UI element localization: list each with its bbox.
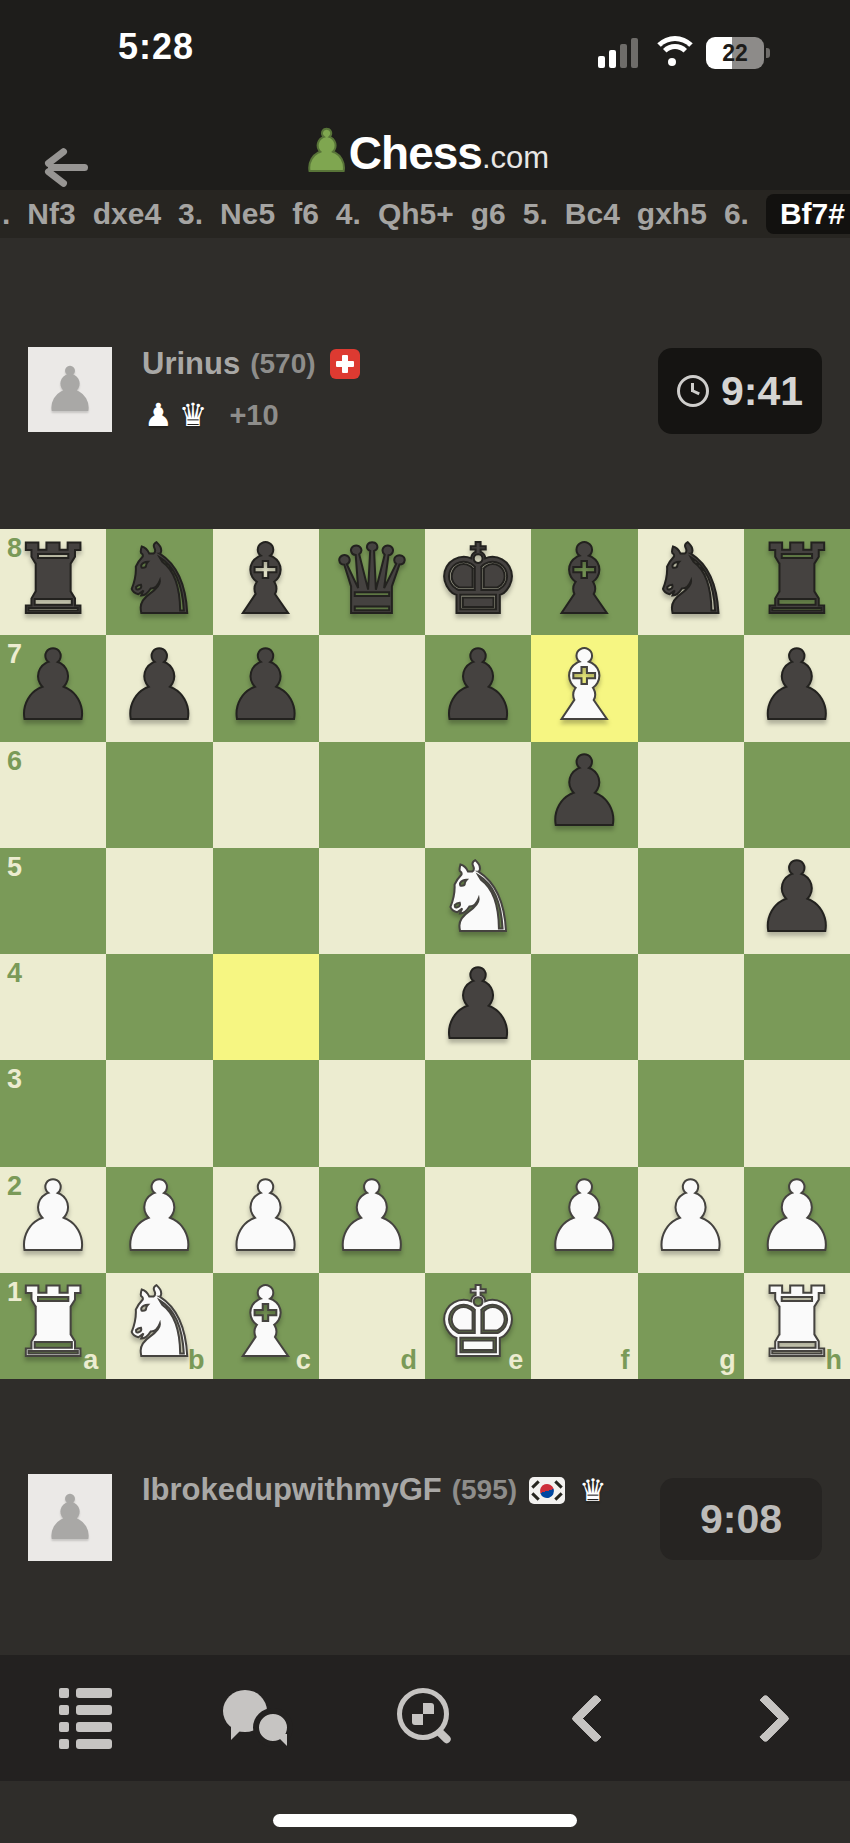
cellular-signal-icon — [598, 38, 638, 68]
file-label: g — [719, 1345, 736, 1376]
status-icons: 22 — [598, 36, 770, 68]
black-rook-h8[interactable]: ♜ — [753, 531, 840, 628]
file-label: f — [621, 1345, 630, 1376]
rank-label: 4 — [7, 958, 22, 989]
white-king-e1[interactable]: ♚ — [435, 1274, 522, 1371]
chesscom-logo: ♟ Chess .com — [0, 118, 850, 188]
logo-text: Chess — [349, 126, 482, 180]
square-g8[interactable]: ♞ — [638, 529, 744, 635]
black-pawn-h7[interactable]: ♟ — [753, 637, 840, 734]
analysis-button[interactable] — [380, 1678, 470, 1758]
avatar[interactable]: ♟ — [28, 347, 112, 432]
player-rating: (595) — [452, 1474, 517, 1506]
white-pawn-b2[interactable]: ♟ — [116, 1168, 203, 1265]
white-pawn-d2[interactable]: ♟ — [328, 1168, 415, 1265]
square-e4[interactable]: ♟ — [425, 954, 531, 1060]
player-name[interactable]: Urinus — [142, 346, 240, 382]
square-g2[interactable]: ♟ — [638, 1167, 744, 1273]
square-f5[interactable] — [531, 848, 637, 954]
square-e8[interactable]: ♚ — [425, 529, 531, 635]
square-a4[interactable]: 4 — [0, 954, 106, 1060]
white-knight-e5[interactable]: ♞ — [435, 849, 522, 946]
square-e6[interactable] — [425, 742, 531, 848]
square-b6[interactable] — [106, 742, 212, 848]
square-h8[interactable]: ♜ — [744, 529, 850, 635]
white-pawn-h2[interactable]: ♟ — [753, 1168, 840, 1265]
avatar[interactable]: ♟ — [28, 1474, 112, 1561]
square-c7[interactable]: ♟ — [213, 635, 319, 741]
avatar-pawn-icon: ♟ — [42, 1481, 98, 1554]
square-g1[interactable]: g — [638, 1273, 744, 1379]
black-pawn-h5[interactable]: ♟ — [753, 849, 840, 946]
south-korea-flag-icon — [529, 1477, 565, 1504]
square-h6[interactable] — [744, 742, 850, 848]
square-f6[interactable]: ♟ — [531, 742, 637, 848]
black-knight-g8[interactable]: ♞ — [647, 531, 734, 628]
square-c5[interactable] — [213, 848, 319, 954]
rank-label: 5 — [7, 852, 22, 883]
file-label: d — [401, 1345, 418, 1376]
rank-label: 3 — [7, 1064, 22, 1095]
square-h2[interactable]: ♟ — [744, 1167, 850, 1273]
square-c6[interactable] — [213, 742, 319, 848]
white-pawn-f2[interactable]: ♟ — [541, 1168, 628, 1265]
logo-suffix: .com — [482, 140, 549, 176]
player-top-name-row: Urinus (570) — [142, 346, 360, 382]
white-pawn-c2[interactable]: ♟ — [222, 1168, 309, 1265]
black-pawn-b7[interactable]: ♟ — [116, 637, 203, 734]
square-a8[interactable]: 8♜ — [0, 529, 106, 635]
square-b7[interactable]: ♟ — [106, 635, 212, 741]
status-time: 5:28 — [118, 26, 194, 68]
chat-bubbles-icon — [223, 1690, 287, 1746]
magnifier-board-icon — [395, 1688, 455, 1748]
move-token[interactable]: dxe4 — [93, 197, 161, 231]
chess-board[interactable]: 8♜♞♝♛♚♝♞♜7♟♟♟♟♝♟6♟5♞♟4♟32♟♟♟♟♟♟♟1a♜b♞c♝d… — [0, 529, 850, 1379]
square-c4[interactable] — [213, 954, 319, 1060]
captured-queen-icon: ♛ — [179, 396, 208, 434]
square-d7[interactable] — [319, 635, 425, 741]
square-a2[interactable]: 2♟ — [0, 1167, 106, 1273]
chat-button[interactable] — [210, 1678, 300, 1758]
square-c1[interactable]: c♝ — [213, 1273, 319, 1379]
move-token[interactable]: Ne5 — [220, 197, 275, 231]
square-f8[interactable]: ♝ — [531, 529, 637, 635]
move-token[interactable]: f6 — [292, 197, 319, 231]
move-token[interactable]: g6 — [471, 197, 506, 231]
clock-top: 9:41 — [658, 348, 822, 434]
square-c2[interactable]: ♟ — [213, 1167, 319, 1273]
material-advantage: +10 — [229, 399, 278, 432]
square-b2[interactable]: ♟ — [106, 1167, 212, 1273]
square-a7[interactable]: 7♟ — [0, 635, 106, 741]
square-d1[interactable]: d — [319, 1273, 425, 1379]
battery-icon: 22 — [706, 37, 770, 69]
square-g7[interactable] — [638, 635, 744, 741]
home-indicator[interactable] — [273, 1814, 577, 1827]
clock-time: 9:41 — [721, 368, 803, 415]
clock-time: 9:08 — [700, 1496, 782, 1543]
square-e7[interactable]: ♟ — [425, 635, 531, 741]
square-g6[interactable] — [638, 742, 744, 848]
black-pawn-e4[interactable]: ♟ — [435, 956, 522, 1053]
square-b8[interactable]: ♞ — [106, 529, 212, 635]
white-bishop-f7[interactable]: ♝ — [541, 637, 628, 734]
move-token[interactable]: Qh5+ — [378, 197, 454, 231]
switzerland-flag-icon — [330, 349, 360, 379]
move-token[interactable]: . — [2, 197, 10, 231]
square-e3[interactable] — [425, 1060, 531, 1166]
black-pawn-c7[interactable]: ♟ — [222, 637, 309, 734]
clock-icon — [677, 375, 709, 407]
square-c3[interactable] — [213, 1060, 319, 1166]
square-a1[interactable]: 1a♜ — [0, 1273, 106, 1379]
move-token[interactable]: 3. — [178, 197, 203, 231]
square-d4[interactable] — [319, 954, 425, 1060]
black-bishop-f8[interactable]: ♝ — [541, 531, 628, 628]
white-rook-a1[interactable]: ♜ — [10, 1274, 97, 1371]
square-a3[interactable]: 3 — [0, 1060, 106, 1166]
square-f4[interactable] — [531, 954, 637, 1060]
square-e1[interactable]: e♚ — [425, 1273, 531, 1379]
chess-app-screen: 5:28 22 ♟ Chess .com .Nf3dxe43.Ne5f64.Qh… — [0, 0, 850, 1843]
square-e2[interactable] — [425, 1167, 531, 1273]
captured-pawn-icon: ♟ — [144, 396, 173, 434]
square-g5[interactable] — [638, 848, 744, 954]
black-pawn-a7[interactable]: ♟ — [10, 637, 97, 734]
black-pawn-e7[interactable]: ♟ — [435, 637, 522, 734]
square-h5[interactable]: ♟ — [744, 848, 850, 954]
square-d3[interactable] — [319, 1060, 425, 1166]
square-b4[interactable] — [106, 954, 212, 1060]
square-d8[interactable]: ♛ — [319, 529, 425, 635]
current-move-chip[interactable]: Bf7# — [766, 194, 850, 234]
previous-move-button[interactable] — [550, 1678, 640, 1758]
square-h4[interactable] — [744, 954, 850, 1060]
black-bishop-c8[interactable]: ♝ — [222, 531, 309, 628]
move-list-button[interactable] — [40, 1678, 130, 1758]
square-h7[interactable]: ♟ — [744, 635, 850, 741]
white-knight-b1[interactable]: ♞ — [116, 1274, 203, 1371]
square-g4[interactable] — [638, 954, 744, 1060]
black-pawn-f6[interactable]: ♟ — [541, 743, 628, 840]
crown-badge-icon: ♛ — [579, 1472, 607, 1508]
header-zone: 5:28 22 ♟ Chess .com — [0, 0, 850, 190]
white-bishop-c1[interactable]: ♝ — [222, 1274, 309, 1371]
square-d6[interactable] — [319, 742, 425, 848]
clock-bottom: 9:08 — [660, 1478, 822, 1560]
move-token[interactable]: Nf3 — [27, 197, 75, 231]
square-f2[interactable]: ♟ — [531, 1167, 637, 1273]
white-rook-h1[interactable]: ♜ — [753, 1274, 840, 1371]
square-e5[interactable]: ♞ — [425, 848, 531, 954]
square-b1[interactable]: b♞ — [106, 1273, 212, 1379]
list-icon — [59, 1688, 112, 1749]
square-h3[interactable] — [744, 1060, 850, 1166]
square-d2[interactable]: ♟ — [319, 1167, 425, 1273]
square-c8[interactable]: ♝ — [213, 529, 319, 635]
bottom-toolbar — [0, 1655, 850, 1781]
player-bottom-name-row: IbrokedupwithmyGF (595) ♛ — [142, 1472, 607, 1508]
player-rating: (570) — [250, 348, 315, 380]
black-queen-d8[interactable]: ♛ — [328, 531, 415, 628]
move-list-bar[interactable]: .Nf3dxe43.Ne5f64.Qh5+g65.Bc4gxh56.Bf7# — [0, 190, 850, 238]
next-move-button[interactable] — [720, 1678, 810, 1758]
captured-pieces-row: ♟ ♛ +10 — [144, 396, 279, 434]
move-token[interactable]: 4. — [336, 197, 361, 231]
square-b3[interactable] — [106, 1060, 212, 1166]
chevron-left-icon — [570, 1693, 619, 1742]
avatar-pawn-icon: ♟ — [42, 353, 98, 426]
white-pawn-g2[interactable]: ♟ — [647, 1168, 734, 1265]
square-h1[interactable]: h♜ — [744, 1273, 850, 1379]
logo-pawn-icon: ♟ — [301, 122, 353, 180]
white-pawn-a2[interactable]: ♟ — [10, 1168, 97, 1265]
rank-label: 6 — [7, 746, 22, 777]
square-f7[interactable]: ♝ — [531, 635, 637, 741]
battery-percent: 22 — [722, 40, 748, 67]
square-f1[interactable]: f — [531, 1273, 637, 1379]
player-name[interactable]: IbrokedupwithmyGF — [142, 1472, 442, 1508]
wifi-icon — [650, 36, 694, 68]
square-d5[interactable] — [319, 848, 425, 954]
square-a6[interactable]: 6 — [0, 742, 106, 848]
black-king-e8[interactable]: ♚ — [435, 531, 522, 628]
black-rook-a8[interactable]: ♜ — [10, 531, 97, 628]
chevron-right-icon — [740, 1693, 789, 1742]
move-token[interactable]: 6. — [724, 197, 749, 231]
square-a5[interactable]: 5 — [0, 848, 106, 954]
move-token[interactable]: 5. — [523, 197, 548, 231]
square-g3[interactable] — [638, 1060, 744, 1166]
move-token[interactable]: gxh5 — [637, 197, 707, 231]
black-knight-b8[interactable]: ♞ — [116, 531, 203, 628]
move-token[interactable]: Bc4 — [565, 197, 620, 231]
square-f3[interactable] — [531, 1060, 637, 1166]
square-b5[interactable] — [106, 848, 212, 954]
